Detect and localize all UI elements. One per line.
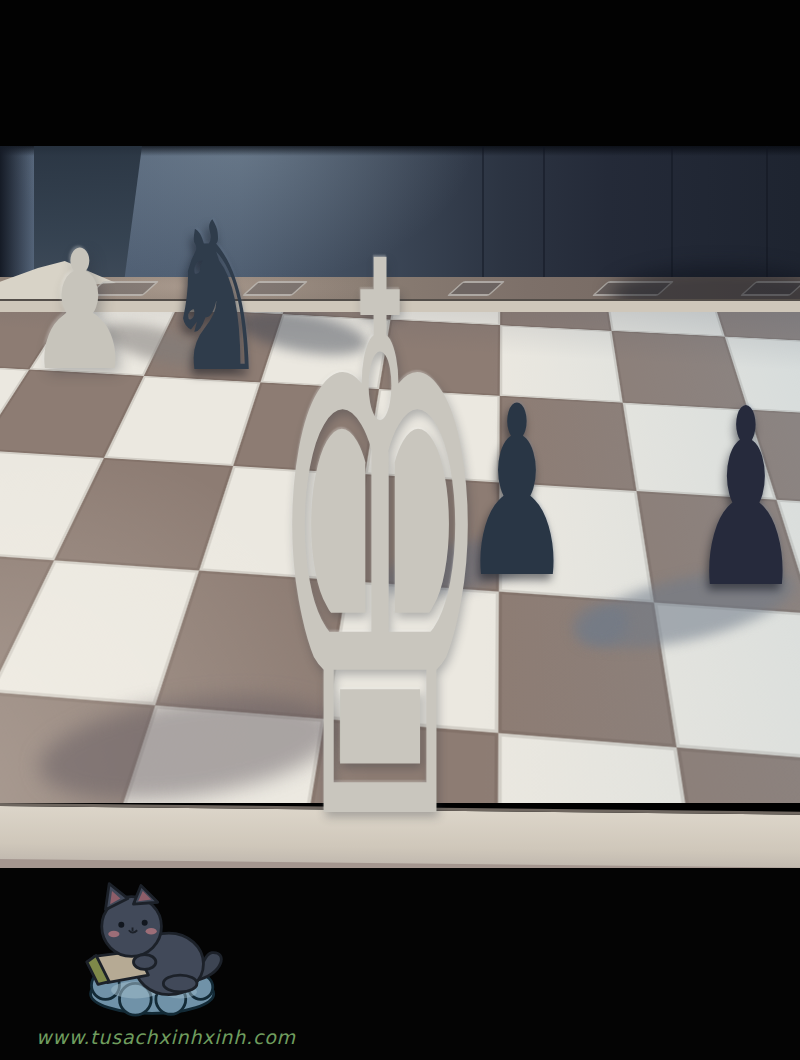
- square-g3: [677, 747, 800, 803]
- watermark-url: www.tusachxinhxinh.com: [36, 1026, 296, 1048]
- black-pawn-h6: ♟: [691, 377, 800, 622]
- white-king: ♚: [268, 169, 493, 929]
- black-knight: ♞: [165, 196, 268, 401]
- wall-seam: [543, 146, 545, 277]
- top-letterbox: [0, 0, 800, 146]
- white-pawn: ♟: [27, 229, 134, 394]
- cat-paw: [133, 955, 155, 970]
- wall-seam: [766, 146, 768, 277]
- comic-panel: ♟ ♞ ♟ ♟ ♚: [0, 0, 800, 1060]
- wall-seam: [671, 146, 673, 277]
- cat-reading-on-cloud-icon: [70, 874, 238, 1022]
- cat-logo: [70, 874, 238, 1022]
